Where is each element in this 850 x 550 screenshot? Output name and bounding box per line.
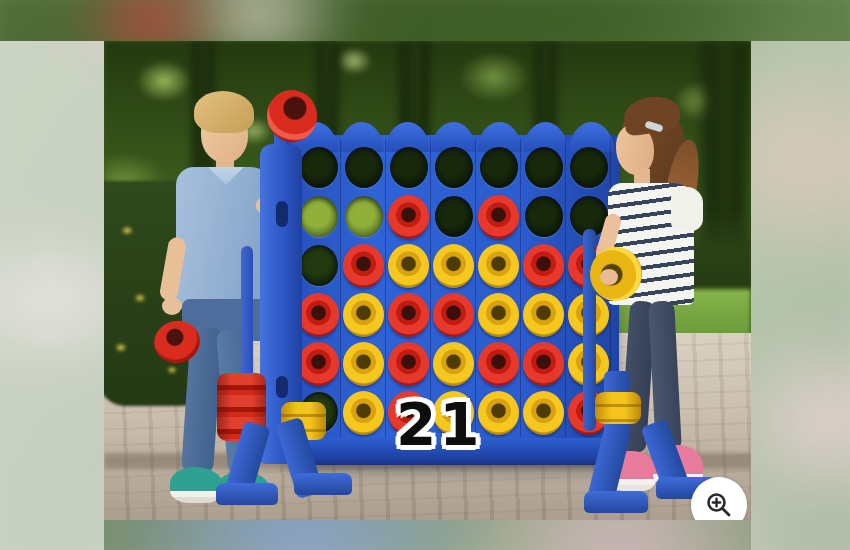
cell-r1c4 [431, 143, 476, 192]
cell-r4c5 [476, 290, 521, 339]
yellow-piece [388, 244, 429, 288]
red-piece [388, 342, 429, 386]
yellow-piece [343, 342, 384, 386]
cell-r3c2 [341, 241, 386, 290]
yellow-piece [478, 244, 519, 288]
cell-r6c2 [341, 388, 386, 437]
cell-r2c2 [341, 192, 386, 241]
cell-r1c3 [386, 143, 431, 192]
photo-number-overlay: 21 [396, 391, 483, 459]
product-photo[interactable]: 21 [104, 41, 751, 520]
cell-r5c2 [341, 339, 386, 388]
cell-r5c4 [431, 339, 476, 388]
cell-r2c5 [476, 192, 521, 241]
red-piece [523, 244, 564, 288]
yellow-piece [523, 293, 564, 337]
cell-r3c6 [521, 241, 566, 290]
cell-r5c5 [476, 339, 521, 388]
cell-r1c1 [296, 143, 341, 192]
cell-r4c1 [296, 290, 341, 339]
cell-r1c6 [521, 143, 566, 192]
empty-hole [300, 196, 338, 237]
cell-r4c4 [431, 290, 476, 339]
red-piece [478, 342, 519, 386]
boy-hair [194, 91, 254, 133]
empty-hole [480, 147, 518, 188]
yellow-piece [478, 391, 519, 435]
empty-hole [300, 147, 338, 188]
red-piece [388, 293, 429, 337]
cell-r3c4 [431, 241, 476, 290]
front-post-slot [276, 201, 288, 227]
cell-r5c3 [386, 339, 431, 388]
front-right-foot [294, 473, 352, 495]
front-left-foot [216, 483, 278, 505]
cell-r3c1 [296, 241, 341, 290]
cell-r1c2 [341, 143, 386, 192]
cell-r3c5 [476, 241, 521, 290]
rear-left-foot [584, 491, 648, 513]
cell-r2c4 [431, 192, 476, 241]
empty-hole [435, 196, 473, 237]
red-piece [388, 195, 429, 239]
empty-hole [525, 147, 563, 188]
red-piece [523, 342, 564, 386]
empty-hole [345, 147, 383, 188]
empty-hole [435, 147, 473, 188]
empty-hole [390, 147, 428, 188]
cell-r4c3 [386, 290, 431, 339]
yellow-ring-at-rear-base [595, 392, 641, 424]
yellow-piece [433, 342, 474, 386]
boy-hand [162, 297, 182, 315]
cell-r2c6 [521, 192, 566, 241]
empty-hole [345, 196, 383, 237]
magnifier-plus-icon [705, 491, 733, 519]
backdrop-veil-right [751, 41, 850, 550]
cell-r4c6 [521, 290, 566, 339]
cell-r1c7 [566, 143, 611, 192]
red-piece [298, 342, 339, 386]
backdrop-veil-left [0, 41, 104, 550]
front-post-slot [276, 376, 288, 398]
yellow-piece [343, 391, 384, 435]
empty-hole [570, 147, 608, 188]
cell-r2c1 [296, 192, 341, 241]
empty-hole [525, 196, 563, 237]
cell-r4c2 [341, 290, 386, 339]
yellow-piece [343, 293, 384, 337]
red-piece [343, 244, 384, 288]
yellow-piece [523, 391, 564, 435]
backdrop-veil-bottom [104, 520, 751, 550]
cell-r6c6 [521, 388, 566, 437]
yellow-piece [433, 244, 474, 288]
cell-r2c3 [386, 192, 431, 241]
cell-r5c1 [296, 339, 341, 388]
girl-sleeve [671, 187, 703, 231]
girl-hand [600, 269, 618, 285]
cell-r5c6 [521, 339, 566, 388]
red-piece [478, 195, 519, 239]
red-piece [433, 293, 474, 337]
cell-r1c5 [476, 143, 521, 192]
cell-r3c3 [386, 241, 431, 290]
yellow-piece [478, 293, 519, 337]
red-piece [298, 293, 339, 337]
empty-hole [300, 245, 338, 286]
